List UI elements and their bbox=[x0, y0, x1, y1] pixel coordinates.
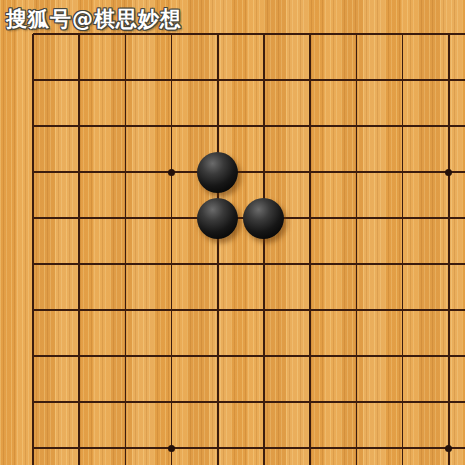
board-grid[interactable] bbox=[10, 11, 465, 465]
watermark-text: 搜狐号@棋思妙想 bbox=[6, 5, 182, 33]
go-board-image: 搜狐号@棋思妙想 bbox=[0, 0, 465, 465]
star-point bbox=[445, 169, 452, 176]
stone-black[interactable] bbox=[243, 198, 284, 239]
star-point bbox=[445, 445, 452, 452]
star-point bbox=[168, 445, 175, 452]
star-point bbox=[168, 169, 175, 176]
stone-black[interactable] bbox=[197, 152, 238, 193]
stone-black[interactable] bbox=[197, 198, 238, 239]
